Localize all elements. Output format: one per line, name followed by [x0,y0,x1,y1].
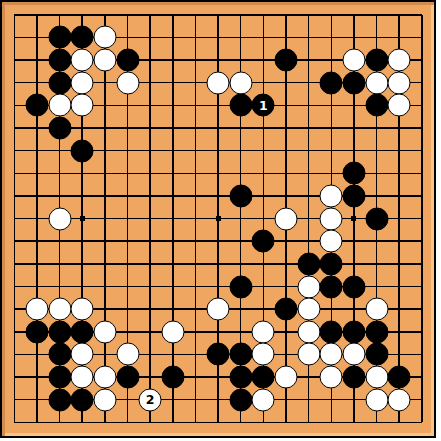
intersection-P14[interactable] [320,117,343,140]
intersection-S19[interactable] [388,4,411,27]
intersection-Q14[interactable] [343,117,366,140]
intersection-H18[interactable] [161,26,184,49]
intersection-C7[interactable] [48,275,71,298]
intersection-F19[interactable] [116,4,139,27]
intersection-O11[interactable] [297,185,320,208]
intersection-L9[interactable] [229,230,252,253]
intersection-D3[interactable] [71,366,94,389]
intersection-S10[interactable] [388,207,411,230]
intersection-M17[interactable] [252,49,275,72]
intersection-S18[interactable] [388,26,411,49]
intersection-B5[interactable] [26,320,49,343]
intersection-A7[interactable] [3,275,26,298]
intersection-L19[interactable] [229,4,252,27]
intersection-R12[interactable] [365,162,388,185]
intersection-K9[interactable] [207,230,230,253]
intersection-L6[interactable] [229,298,252,321]
intersection-L5[interactable] [229,320,252,343]
intersection-R16[interactable] [365,71,388,94]
intersection-F16[interactable] [116,71,139,94]
intersection-P19[interactable] [320,4,343,27]
intersection-R15[interactable] [365,94,388,117]
intersection-P16[interactable] [320,71,343,94]
intersection-T10[interactable] [411,207,434,230]
intersection-S1[interactable] [388,411,411,434]
intersection-B14[interactable] [26,117,49,140]
intersection-P12[interactable] [320,162,343,185]
intersection-E13[interactable] [94,139,117,162]
intersection-Q15[interactable] [343,94,366,117]
intersection-Q13[interactable] [343,139,366,162]
intersection-E7[interactable] [94,275,117,298]
intersection-K19[interactable] [207,4,230,27]
intersection-J2[interactable] [184,388,207,411]
intersection-O10[interactable] [297,207,320,230]
intersection-E6[interactable] [94,298,117,321]
intersection-F11[interactable] [116,185,139,208]
intersection-S12[interactable] [388,162,411,185]
intersection-O16[interactable] [297,71,320,94]
intersection-H12[interactable] [161,162,184,185]
intersection-N8[interactable] [275,253,298,276]
intersection-O8[interactable] [297,253,320,276]
intersection-N10[interactable] [275,207,298,230]
intersection-A4[interactable] [3,343,26,366]
intersection-D13[interactable] [71,139,94,162]
intersection-N4[interactable] [275,343,298,366]
intersection-Q19[interactable] [343,4,366,27]
intersection-Q7[interactable] [343,275,366,298]
intersection-D17[interactable] [71,49,94,72]
intersection-R4[interactable] [365,343,388,366]
intersection-H1[interactable] [161,411,184,434]
intersection-K12[interactable] [207,162,230,185]
intersection-E9[interactable] [94,230,117,253]
intersection-M10[interactable] [252,207,275,230]
intersection-O4[interactable] [297,343,320,366]
intersection-E12[interactable] [94,162,117,185]
intersection-F8[interactable] [116,253,139,276]
intersection-G1[interactable] [139,411,162,434]
intersection-T12[interactable] [411,162,434,185]
intersection-T14[interactable] [411,117,434,140]
intersection-G8[interactable] [139,253,162,276]
intersection-O14[interactable] [297,117,320,140]
intersection-P3[interactable] [320,366,343,389]
intersection-A13[interactable] [3,139,26,162]
intersection-S15[interactable] [388,94,411,117]
intersection-G5[interactable] [139,320,162,343]
intersection-K13[interactable] [207,139,230,162]
intersection-L2[interactable] [229,388,252,411]
intersection-A18[interactable] [3,26,26,49]
intersection-J13[interactable] [184,139,207,162]
intersection-P17[interactable] [320,49,343,72]
intersection-M13[interactable] [252,139,275,162]
intersection-C6[interactable] [48,298,71,321]
intersection-J19[interactable] [184,4,207,27]
intersection-M3[interactable] [252,366,275,389]
intersection-M6[interactable] [252,298,275,321]
intersection-K3[interactable] [207,366,230,389]
intersection-C14[interactable] [48,117,71,140]
intersection-J15[interactable] [184,94,207,117]
intersection-M19[interactable] [252,4,275,27]
intersection-N17[interactable] [275,49,298,72]
intersection-B17[interactable] [26,49,49,72]
intersection-F9[interactable] [116,230,139,253]
intersection-H19[interactable] [161,4,184,27]
intersection-K17[interactable] [207,49,230,72]
intersection-N19[interactable] [275,4,298,27]
intersection-F14[interactable] [116,117,139,140]
intersection-A3[interactable] [3,366,26,389]
intersection-T11[interactable] [411,185,434,208]
intersection-R18[interactable] [365,26,388,49]
intersection-P10[interactable] [320,207,343,230]
intersection-L10[interactable] [229,207,252,230]
intersection-R13[interactable] [365,139,388,162]
intersection-R14[interactable] [365,117,388,140]
intersection-T4[interactable] [411,343,434,366]
intersection-N13[interactable] [275,139,298,162]
intersection-N16[interactable] [275,71,298,94]
intersection-O2[interactable] [297,388,320,411]
intersection-M18[interactable] [252,26,275,49]
intersection-G2[interactable]: 2 [139,388,162,411]
intersection-R9[interactable] [365,230,388,253]
intersection-T15[interactable] [411,94,434,117]
intersection-C15[interactable] [48,94,71,117]
intersection-D15[interactable] [71,94,94,117]
intersection-B9[interactable] [26,230,49,253]
intersection-E18[interactable] [94,26,117,49]
intersection-R6[interactable] [365,298,388,321]
intersection-H13[interactable] [161,139,184,162]
intersection-D10[interactable] [71,207,94,230]
intersection-A17[interactable] [3,49,26,72]
intersection-Q8[interactable] [343,253,366,276]
intersection-F15[interactable] [116,94,139,117]
intersection-T6[interactable] [411,298,434,321]
intersection-N1[interactable] [275,411,298,434]
intersection-G15[interactable] [139,94,162,117]
intersection-M7[interactable] [252,275,275,298]
intersection-H11[interactable] [161,185,184,208]
intersection-H5[interactable] [161,320,184,343]
intersection-E5[interactable] [94,320,117,343]
intersection-D7[interactable] [71,275,94,298]
intersection-H17[interactable] [161,49,184,72]
intersection-G14[interactable] [139,117,162,140]
intersection-B4[interactable] [26,343,49,366]
intersection-J9[interactable] [184,230,207,253]
intersection-G16[interactable] [139,71,162,94]
intersection-L17[interactable] [229,49,252,72]
intersection-J10[interactable] [184,207,207,230]
intersection-D6[interactable] [71,298,94,321]
intersection-P8[interactable] [320,253,343,276]
intersection-T18[interactable] [411,26,434,49]
intersection-G17[interactable] [139,49,162,72]
intersection-L15[interactable] [229,94,252,117]
intersection-H14[interactable] [161,117,184,140]
intersection-S7[interactable] [388,275,411,298]
intersection-Q5[interactable] [343,320,366,343]
intersection-J18[interactable] [184,26,207,49]
intersection-A16[interactable] [3,71,26,94]
intersection-P13[interactable] [320,139,343,162]
intersection-K4[interactable] [207,343,230,366]
intersection-R11[interactable] [365,185,388,208]
intersection-H7[interactable] [161,275,184,298]
intersection-S13[interactable] [388,139,411,162]
intersection-A8[interactable] [3,253,26,276]
intersection-B7[interactable] [26,275,49,298]
intersection-B6[interactable] [26,298,49,321]
intersection-C17[interactable] [48,49,71,72]
intersection-J8[interactable] [184,253,207,276]
intersection-B1[interactable] [26,411,49,434]
intersection-C5[interactable] [48,320,71,343]
intersection-O3[interactable] [297,366,320,389]
intersection-H2[interactable] [161,388,184,411]
intersection-S5[interactable] [388,320,411,343]
intersection-N7[interactable] [275,275,298,298]
intersection-F10[interactable] [116,207,139,230]
intersection-A12[interactable] [3,162,26,185]
intersection-A15[interactable] [3,94,26,117]
intersection-F4[interactable] [116,343,139,366]
intersection-Q4[interactable] [343,343,366,366]
intersection-R19[interactable] [365,4,388,27]
intersection-O15[interactable] [297,94,320,117]
intersection-A19[interactable] [3,4,26,27]
intersection-N14[interactable] [275,117,298,140]
intersection-D5[interactable] [71,320,94,343]
intersection-G7[interactable] [139,275,162,298]
intersection-E3[interactable] [94,366,117,389]
intersection-P5[interactable] [320,320,343,343]
intersection-O17[interactable] [297,49,320,72]
intersection-R3[interactable] [365,366,388,389]
intersection-D1[interactable] [71,411,94,434]
intersection-D14[interactable] [71,117,94,140]
intersection-K18[interactable] [207,26,230,49]
intersection-D4[interactable] [71,343,94,366]
intersection-L7[interactable] [229,275,252,298]
intersection-T13[interactable] [411,139,434,162]
intersection-R7[interactable] [365,275,388,298]
intersection-L18[interactable] [229,26,252,49]
intersection-K7[interactable] [207,275,230,298]
intersection-C16[interactable] [48,71,71,94]
intersection-L11[interactable] [229,185,252,208]
intersection-N2[interactable] [275,388,298,411]
intersection-T1[interactable] [411,411,434,434]
intersection-P1[interactable] [320,411,343,434]
intersection-A5[interactable] [3,320,26,343]
intersection-K1[interactable] [207,411,230,434]
intersection-O18[interactable] [297,26,320,49]
intersection-S2[interactable] [388,388,411,411]
intersection-H15[interactable] [161,94,184,117]
intersection-F6[interactable] [116,298,139,321]
intersection-R1[interactable] [365,411,388,434]
intersection-P2[interactable] [320,388,343,411]
intersection-P18[interactable] [320,26,343,49]
intersection-P4[interactable] [320,343,343,366]
intersection-G6[interactable] [139,298,162,321]
intersection-B12[interactable] [26,162,49,185]
intersection-F17[interactable] [116,49,139,72]
intersection-D18[interactable] [71,26,94,49]
intersection-R2[interactable] [365,388,388,411]
intersection-B8[interactable] [26,253,49,276]
intersection-D8[interactable] [71,253,94,276]
intersection-M15[interactable]: 1 [252,94,275,117]
intersection-Q6[interactable] [343,298,366,321]
intersection-K14[interactable] [207,117,230,140]
intersection-T9[interactable] [411,230,434,253]
intersection-P15[interactable] [320,94,343,117]
intersection-J3[interactable] [184,366,207,389]
intersection-F5[interactable] [116,320,139,343]
intersection-A9[interactable] [3,230,26,253]
intersection-A14[interactable] [3,117,26,140]
intersection-S3[interactable] [388,366,411,389]
intersection-E11[interactable] [94,185,117,208]
intersection-B10[interactable] [26,207,49,230]
intersection-E16[interactable] [94,71,117,94]
intersection-O9[interactable] [297,230,320,253]
intersection-J17[interactable] [184,49,207,72]
intersection-Q2[interactable] [343,388,366,411]
intersection-C1[interactable] [48,411,71,434]
intersection-N11[interactable] [275,185,298,208]
intersection-H6[interactable] [161,298,184,321]
intersection-E1[interactable] [94,411,117,434]
intersection-T3[interactable] [411,366,434,389]
intersection-K8[interactable] [207,253,230,276]
intersection-G12[interactable] [139,162,162,185]
intersection-Q12[interactable] [343,162,366,185]
intersection-F2[interactable] [116,388,139,411]
intersection-S8[interactable] [388,253,411,276]
intersection-E4[interactable] [94,343,117,366]
intersection-C12[interactable] [48,162,71,185]
intersection-L13[interactable] [229,139,252,162]
intersection-B15[interactable] [26,94,49,117]
intersection-F7[interactable] [116,275,139,298]
intersection-B3[interactable] [26,366,49,389]
intersection-P6[interactable] [320,298,343,321]
intersection-L16[interactable] [229,71,252,94]
intersection-J6[interactable] [184,298,207,321]
intersection-B2[interactable] [26,388,49,411]
intersection-A2[interactable] [3,388,26,411]
intersection-T17[interactable] [411,49,434,72]
intersection-F18[interactable] [116,26,139,49]
intersection-D16[interactable] [71,71,94,94]
intersection-M5[interactable] [252,320,275,343]
intersection-F12[interactable] [116,162,139,185]
intersection-J5[interactable] [184,320,207,343]
intersection-E14[interactable] [94,117,117,140]
intersection-O12[interactable] [297,162,320,185]
intersection-A11[interactable] [3,185,26,208]
intersection-F13[interactable] [116,139,139,162]
intersection-L12[interactable] [229,162,252,185]
intersection-H3[interactable] [161,366,184,389]
intersection-Q18[interactable] [343,26,366,49]
intersection-P7[interactable] [320,275,343,298]
intersection-N9[interactable] [275,230,298,253]
intersection-P9[interactable] [320,230,343,253]
intersection-J11[interactable] [184,185,207,208]
intersection-K10[interactable] [207,207,230,230]
intersection-K6[interactable] [207,298,230,321]
intersection-K2[interactable] [207,388,230,411]
intersection-D12[interactable] [71,162,94,185]
intersection-M2[interactable] [252,388,275,411]
intersection-K11[interactable] [207,185,230,208]
intersection-B11[interactable] [26,185,49,208]
intersection-T19[interactable] [411,4,434,27]
intersection-J7[interactable] [184,275,207,298]
intersection-Q16[interactable] [343,71,366,94]
intersection-J16[interactable] [184,71,207,94]
intersection-S17[interactable] [388,49,411,72]
intersection-P11[interactable] [320,185,343,208]
intersection-T16[interactable] [411,71,434,94]
intersection-O5[interactable] [297,320,320,343]
intersection-R10[interactable] [365,207,388,230]
intersection-H4[interactable] [161,343,184,366]
intersection-Q1[interactable] [343,411,366,434]
intersection-B16[interactable] [26,71,49,94]
intersection-G4[interactable] [139,343,162,366]
intersection-O19[interactable] [297,4,320,27]
intersection-M12[interactable] [252,162,275,185]
intersection-M14[interactable] [252,117,275,140]
intersection-O7[interactable] [297,275,320,298]
intersection-H8[interactable] [161,253,184,276]
intersection-S6[interactable] [388,298,411,321]
intersection-C19[interactable] [48,4,71,27]
intersection-S4[interactable] [388,343,411,366]
intersection-H10[interactable] [161,207,184,230]
intersection-D11[interactable] [71,185,94,208]
intersection-R8[interactable] [365,253,388,276]
intersection-N5[interactable] [275,320,298,343]
intersection-B18[interactable] [26,26,49,49]
intersection-Q11[interactable] [343,185,366,208]
intersection-E17[interactable] [94,49,117,72]
intersection-K16[interactable] [207,71,230,94]
intersection-M4[interactable] [252,343,275,366]
intersection-F3[interactable] [116,366,139,389]
intersection-H9[interactable] [161,230,184,253]
intersection-R5[interactable] [365,320,388,343]
intersection-T7[interactable] [411,275,434,298]
intersection-Q3[interactable] [343,366,366,389]
intersection-O1[interactable] [297,411,320,434]
intersection-S9[interactable] [388,230,411,253]
intersection-R17[interactable] [365,49,388,72]
intersection-J1[interactable] [184,411,207,434]
intersection-C2[interactable] [48,388,71,411]
